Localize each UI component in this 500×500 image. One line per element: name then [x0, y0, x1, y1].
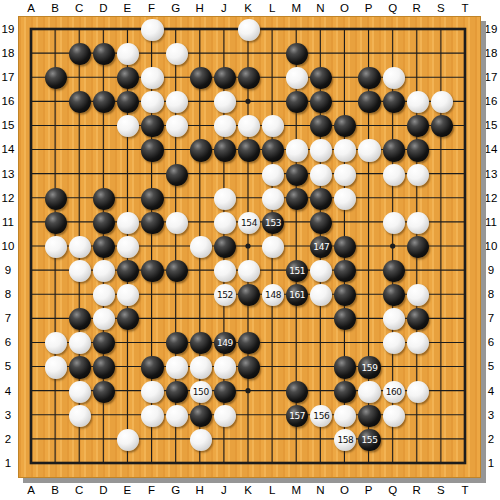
- point-E7[interactable]: [116, 307, 140, 331]
- point-K16[interactable]: [237, 90, 261, 114]
- point-H1[interactable]: [189, 452, 213, 476]
- point-L6[interactable]: [261, 331, 285, 355]
- point-O16[interactable]: [333, 90, 357, 114]
- point-M10[interactable]: [285, 235, 309, 259]
- point-C4[interactable]: [68, 380, 92, 404]
- point-H3[interactable]: [189, 404, 213, 428]
- point-T8[interactable]: [454, 283, 478, 307]
- point-J8[interactable]: 152: [213, 283, 237, 307]
- point-P1[interactable]: [357, 452, 381, 476]
- point-F11[interactable]: [140, 211, 164, 235]
- point-E5[interactable]: [116, 355, 140, 379]
- point-A7[interactable]: [20, 307, 44, 331]
- point-R14[interactable]: [406, 138, 430, 162]
- point-S12[interactable]: [430, 187, 454, 211]
- point-H6[interactable]: [189, 331, 213, 355]
- point-T4[interactable]: [454, 380, 478, 404]
- point-F12[interactable]: [140, 187, 164, 211]
- point-Q13[interactable]: [382, 163, 406, 187]
- point-N11[interactable]: [309, 211, 333, 235]
- point-T18[interactable]: [454, 42, 478, 66]
- point-H5[interactable]: [189, 355, 213, 379]
- point-P10[interactable]: [357, 235, 381, 259]
- point-L2[interactable]: [261, 428, 285, 452]
- point-N14[interactable]: [309, 138, 333, 162]
- point-R10[interactable]: [406, 235, 430, 259]
- point-D9[interactable]: [92, 259, 116, 283]
- point-D11[interactable]: [92, 211, 116, 235]
- point-M11[interactable]: [285, 211, 309, 235]
- point-B19[interactable]: [44, 18, 68, 42]
- point-L9[interactable]: [261, 259, 285, 283]
- point-C3[interactable]: [68, 404, 92, 428]
- point-R3[interactable]: [406, 404, 430, 428]
- point-Q9[interactable]: [382, 259, 406, 283]
- point-G11[interactable]: [165, 211, 189, 235]
- point-G10[interactable]: [165, 235, 189, 259]
- point-N9[interactable]: [309, 259, 333, 283]
- point-P8[interactable]: [357, 283, 381, 307]
- point-S6[interactable]: [430, 331, 454, 355]
- point-E15[interactable]: [116, 114, 140, 138]
- point-T11[interactable]: [454, 211, 478, 235]
- point-F6[interactable]: [140, 331, 164, 355]
- point-T10[interactable]: [454, 235, 478, 259]
- point-K4[interactable]: [237, 380, 261, 404]
- point-Q19[interactable]: [382, 18, 406, 42]
- point-R6[interactable]: [406, 331, 430, 355]
- point-B7[interactable]: [44, 307, 68, 331]
- point-B6[interactable]: [44, 331, 68, 355]
- point-O14[interactable]: [333, 138, 357, 162]
- point-E13[interactable]: [116, 163, 140, 187]
- point-H11[interactable]: [189, 211, 213, 235]
- point-J3[interactable]: [213, 404, 237, 428]
- point-E18[interactable]: [116, 42, 140, 66]
- point-O8[interactable]: [333, 283, 357, 307]
- point-A1[interactable]: [20, 452, 44, 476]
- point-M18[interactable]: [285, 42, 309, 66]
- point-R15[interactable]: [406, 114, 430, 138]
- point-A16[interactable]: [20, 90, 44, 114]
- point-F10[interactable]: [140, 235, 164, 259]
- point-L3[interactable]: [261, 404, 285, 428]
- point-O17[interactable]: [333, 66, 357, 90]
- point-L12[interactable]: [261, 187, 285, 211]
- point-N3[interactable]: 156: [309, 404, 333, 428]
- point-A14[interactable]: [20, 138, 44, 162]
- point-K6[interactable]: [237, 331, 261, 355]
- point-N19[interactable]: [309, 18, 333, 42]
- point-Q11[interactable]: [382, 211, 406, 235]
- point-S17[interactable]: [430, 66, 454, 90]
- point-A18[interactable]: [20, 42, 44, 66]
- point-B8[interactable]: [44, 283, 68, 307]
- point-O18[interactable]: [333, 42, 357, 66]
- point-A19[interactable]: [20, 18, 44, 42]
- point-T13[interactable]: [454, 163, 478, 187]
- point-T5[interactable]: [454, 355, 478, 379]
- point-N15[interactable]: [309, 114, 333, 138]
- point-J17[interactable]: [213, 66, 237, 90]
- point-Q3[interactable]: [382, 404, 406, 428]
- point-H13[interactable]: [189, 163, 213, 187]
- point-T17[interactable]: [454, 66, 478, 90]
- point-B4[interactable]: [44, 380, 68, 404]
- point-M15[interactable]: [285, 114, 309, 138]
- point-M19[interactable]: [285, 18, 309, 42]
- point-F17[interactable]: [140, 66, 164, 90]
- point-H18[interactable]: [189, 42, 213, 66]
- point-S1[interactable]: [430, 452, 454, 476]
- point-S13[interactable]: [430, 163, 454, 187]
- point-F7[interactable]: [140, 307, 164, 331]
- point-N1[interactable]: [309, 452, 333, 476]
- point-G13[interactable]: [165, 163, 189, 187]
- point-K8[interactable]: [237, 283, 261, 307]
- point-S14[interactable]: [430, 138, 454, 162]
- point-J10[interactable]: [213, 235, 237, 259]
- point-D1[interactable]: [92, 452, 116, 476]
- point-E9[interactable]: [116, 259, 140, 283]
- point-R9[interactable]: [406, 259, 430, 283]
- point-M17[interactable]: [285, 66, 309, 90]
- point-D8[interactable]: [92, 283, 116, 307]
- point-D7[interactable]: [92, 307, 116, 331]
- point-J14[interactable]: [213, 138, 237, 162]
- point-B13[interactable]: [44, 163, 68, 187]
- point-S18[interactable]: [430, 42, 454, 66]
- point-F13[interactable]: [140, 163, 164, 187]
- point-K2[interactable]: [237, 428, 261, 452]
- point-Q15[interactable]: [382, 114, 406, 138]
- point-C2[interactable]: [68, 428, 92, 452]
- point-E12[interactable]: [116, 187, 140, 211]
- point-D14[interactable]: [92, 138, 116, 162]
- point-A13[interactable]: [20, 163, 44, 187]
- point-F5[interactable]: [140, 355, 164, 379]
- point-J16[interactable]: [213, 90, 237, 114]
- point-K15[interactable]: [237, 114, 261, 138]
- point-A8[interactable]: [20, 283, 44, 307]
- point-A3[interactable]: [20, 404, 44, 428]
- point-Q16[interactable]: [382, 90, 406, 114]
- point-J13[interactable]: [213, 163, 237, 187]
- point-N17[interactable]: [309, 66, 333, 90]
- point-S4[interactable]: [430, 380, 454, 404]
- point-L10[interactable]: [261, 235, 285, 259]
- point-Q14[interactable]: [382, 138, 406, 162]
- point-O2[interactable]: 158: [333, 428, 357, 452]
- point-P18[interactable]: [357, 42, 381, 66]
- point-F19[interactable]: [140, 18, 164, 42]
- point-M12[interactable]: [285, 187, 309, 211]
- point-S16[interactable]: [430, 90, 454, 114]
- point-M7[interactable]: [285, 307, 309, 331]
- point-K19[interactable]: [237, 18, 261, 42]
- point-A11[interactable]: [20, 211, 44, 235]
- point-T3[interactable]: [454, 404, 478, 428]
- point-G8[interactable]: [165, 283, 189, 307]
- point-G2[interactable]: [165, 428, 189, 452]
- point-B11[interactable]: [44, 211, 68, 235]
- point-T7[interactable]: [454, 307, 478, 331]
- point-Q7[interactable]: [382, 307, 406, 331]
- point-F8[interactable]: [140, 283, 164, 307]
- point-K5[interactable]: [237, 355, 261, 379]
- point-J19[interactable]: [213, 18, 237, 42]
- point-J5[interactable]: [213, 355, 237, 379]
- point-M5[interactable]: [285, 355, 309, 379]
- point-P4[interactable]: [357, 380, 381, 404]
- point-L5[interactable]: [261, 355, 285, 379]
- point-T16[interactable]: [454, 90, 478, 114]
- point-L8[interactable]: 148: [261, 283, 285, 307]
- point-B9[interactable]: [44, 259, 68, 283]
- point-C6[interactable]: [68, 331, 92, 355]
- point-Q10[interactable]: [382, 235, 406, 259]
- point-F9[interactable]: [140, 259, 164, 283]
- point-H14[interactable]: [189, 138, 213, 162]
- point-G7[interactable]: [165, 307, 189, 331]
- point-R12[interactable]: [406, 187, 430, 211]
- point-S10[interactable]: [430, 235, 454, 259]
- point-R17[interactable]: [406, 66, 430, 90]
- point-G4[interactable]: [165, 380, 189, 404]
- point-B2[interactable]: [44, 428, 68, 452]
- point-A5[interactable]: [20, 355, 44, 379]
- point-P14[interactable]: [357, 138, 381, 162]
- point-L11[interactable]: 153: [261, 211, 285, 235]
- point-N7[interactable]: [309, 307, 333, 331]
- point-Q4[interactable]: 160: [382, 380, 406, 404]
- point-F15[interactable]: [140, 114, 164, 138]
- point-J9[interactable]: [213, 259, 237, 283]
- point-N4[interactable]: [309, 380, 333, 404]
- point-J18[interactable]: [213, 42, 237, 66]
- point-S7[interactable]: [430, 307, 454, 331]
- point-P19[interactable]: [357, 18, 381, 42]
- point-C7[interactable]: [68, 307, 92, 331]
- point-E16[interactable]: [116, 90, 140, 114]
- point-Q17[interactable]: [382, 66, 406, 90]
- point-L1[interactable]: [261, 452, 285, 476]
- point-Q8[interactable]: [382, 283, 406, 307]
- point-E8[interactable]: [116, 283, 140, 307]
- point-Q12[interactable]: [382, 187, 406, 211]
- point-L16[interactable]: [261, 90, 285, 114]
- point-L17[interactable]: [261, 66, 285, 90]
- point-K14[interactable]: [237, 138, 261, 162]
- point-S3[interactable]: [430, 404, 454, 428]
- point-F3[interactable]: [140, 404, 164, 428]
- point-R13[interactable]: [406, 163, 430, 187]
- point-O6[interactable]: [333, 331, 357, 355]
- point-J11[interactable]: [213, 211, 237, 235]
- point-R4[interactable]: [406, 380, 430, 404]
- point-J12[interactable]: [213, 187, 237, 211]
- point-E19[interactable]: [116, 18, 140, 42]
- point-P2[interactable]: 155: [357, 428, 381, 452]
- point-S11[interactable]: [430, 211, 454, 235]
- point-A17[interactable]: [20, 66, 44, 90]
- point-N5[interactable]: [309, 355, 333, 379]
- point-D15[interactable]: [92, 114, 116, 138]
- point-H7[interactable]: [189, 307, 213, 331]
- point-T14[interactable]: [454, 138, 478, 162]
- point-E6[interactable]: [116, 331, 140, 355]
- point-L7[interactable]: [261, 307, 285, 331]
- point-H16[interactable]: [189, 90, 213, 114]
- point-A6[interactable]: [20, 331, 44, 355]
- point-T2[interactable]: [454, 428, 478, 452]
- point-T9[interactable]: [454, 259, 478, 283]
- point-B3[interactable]: [44, 404, 68, 428]
- point-D3[interactable]: [92, 404, 116, 428]
- point-C10[interactable]: [68, 235, 92, 259]
- point-F16[interactable]: [140, 90, 164, 114]
- point-K1[interactable]: [237, 452, 261, 476]
- point-O4[interactable]: [333, 380, 357, 404]
- point-N12[interactable]: [309, 187, 333, 211]
- point-Q5[interactable]: [382, 355, 406, 379]
- point-R5[interactable]: [406, 355, 430, 379]
- point-B18[interactable]: [44, 42, 68, 66]
- point-K7[interactable]: [237, 307, 261, 331]
- point-G5[interactable]: [165, 355, 189, 379]
- point-F1[interactable]: [140, 452, 164, 476]
- point-C16[interactable]: [68, 90, 92, 114]
- point-E3[interactable]: [116, 404, 140, 428]
- point-D13[interactable]: [92, 163, 116, 187]
- point-B1[interactable]: [44, 452, 68, 476]
- point-M14[interactable]: [285, 138, 309, 162]
- point-N13[interactable]: [309, 163, 333, 187]
- point-D10[interactable]: [92, 235, 116, 259]
- point-K13[interactable]: [237, 163, 261, 187]
- point-L18[interactable]: [261, 42, 285, 66]
- point-K18[interactable]: [237, 42, 261, 66]
- point-D6[interactable]: [92, 331, 116, 355]
- point-P3[interactable]: [357, 404, 381, 428]
- point-R8[interactable]: [406, 283, 430, 307]
- point-K10[interactable]: [237, 235, 261, 259]
- point-E1[interactable]: [116, 452, 140, 476]
- point-C12[interactable]: [68, 187, 92, 211]
- point-P12[interactable]: [357, 187, 381, 211]
- point-A15[interactable]: [20, 114, 44, 138]
- point-G16[interactable]: [165, 90, 189, 114]
- point-D5[interactable]: [92, 355, 116, 379]
- point-M13[interactable]: [285, 163, 309, 187]
- point-K9[interactable]: [237, 259, 261, 283]
- point-F2[interactable]: [140, 428, 164, 452]
- point-O9[interactable]: [333, 259, 357, 283]
- point-K3[interactable]: [237, 404, 261, 428]
- point-T15[interactable]: [454, 114, 478, 138]
- point-C17[interactable]: [68, 66, 92, 90]
- point-F18[interactable]: [140, 42, 164, 66]
- point-H10[interactable]: [189, 235, 213, 259]
- point-L15[interactable]: [261, 114, 285, 138]
- point-D2[interactable]: [92, 428, 116, 452]
- point-F14[interactable]: [140, 138, 164, 162]
- point-C18[interactable]: [68, 42, 92, 66]
- point-H15[interactable]: [189, 114, 213, 138]
- point-C1[interactable]: [68, 452, 92, 476]
- point-P15[interactable]: [357, 114, 381, 138]
- point-J6[interactable]: 149: [213, 331, 237, 355]
- point-K11[interactable]: 154: [237, 211, 261, 235]
- point-O10[interactable]: [333, 235, 357, 259]
- point-L14[interactable]: [261, 138, 285, 162]
- point-S2[interactable]: [430, 428, 454, 452]
- point-A2[interactable]: [20, 428, 44, 452]
- point-E10[interactable]: [116, 235, 140, 259]
- point-T12[interactable]: [454, 187, 478, 211]
- point-E4[interactable]: [116, 380, 140, 404]
- point-D17[interactable]: [92, 66, 116, 90]
- point-Q1[interactable]: [382, 452, 406, 476]
- point-E11[interactable]: [116, 211, 140, 235]
- point-G14[interactable]: [165, 138, 189, 162]
- point-G6[interactable]: [165, 331, 189, 355]
- point-O1[interactable]: [333, 452, 357, 476]
- point-C11[interactable]: [68, 211, 92, 235]
- point-C9[interactable]: [68, 259, 92, 283]
- point-H9[interactable]: [189, 259, 213, 283]
- point-B16[interactable]: [44, 90, 68, 114]
- point-E14[interactable]: [116, 138, 140, 162]
- point-K17[interactable]: [237, 66, 261, 90]
- point-J1[interactable]: [213, 452, 237, 476]
- point-D12[interactable]: [92, 187, 116, 211]
- point-C14[interactable]: [68, 138, 92, 162]
- point-A10[interactable]: [20, 235, 44, 259]
- point-P7[interactable]: [357, 307, 381, 331]
- point-M2[interactable]: [285, 428, 309, 452]
- point-O12[interactable]: [333, 187, 357, 211]
- point-D19[interactable]: [92, 18, 116, 42]
- point-B5[interactable]: [44, 355, 68, 379]
- point-P17[interactable]: [357, 66, 381, 90]
- point-O3[interactable]: [333, 404, 357, 428]
- point-H19[interactable]: [189, 18, 213, 42]
- point-B12[interactable]: [44, 187, 68, 211]
- point-B15[interactable]: [44, 114, 68, 138]
- point-T6[interactable]: [454, 331, 478, 355]
- point-P6[interactable]: [357, 331, 381, 355]
- point-C13[interactable]: [68, 163, 92, 187]
- point-T1[interactable]: [454, 452, 478, 476]
- point-A12[interactable]: [20, 187, 44, 211]
- point-C19[interactable]: [68, 18, 92, 42]
- point-T19[interactable]: [454, 18, 478, 42]
- point-D18[interactable]: [92, 42, 116, 66]
- point-O13[interactable]: [333, 163, 357, 187]
- point-R16[interactable]: [406, 90, 430, 114]
- point-B17[interactable]: [44, 66, 68, 90]
- point-B14[interactable]: [44, 138, 68, 162]
- point-O15[interactable]: [333, 114, 357, 138]
- point-O5[interactable]: [333, 355, 357, 379]
- point-M8[interactable]: 161: [285, 283, 309, 307]
- point-N10[interactable]: 147: [309, 235, 333, 259]
- point-A4[interactable]: [20, 380, 44, 404]
- point-Q2[interactable]: [382, 428, 406, 452]
- point-L19[interactable]: [261, 18, 285, 42]
- point-G12[interactable]: [165, 187, 189, 211]
